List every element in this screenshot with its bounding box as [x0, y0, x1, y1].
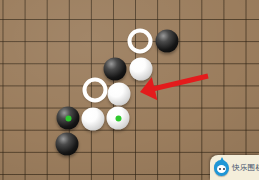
- stones-layer: [0, 0, 259, 180]
- black-stone: [55, 133, 78, 156]
- white-stone: [107, 107, 130, 130]
- watermark: 快乐围棋: [210, 155, 259, 180]
- logo-face-icon: [219, 168, 221, 170]
- black-stone: [156, 30, 179, 53]
- watermark-text: 快乐围棋: [232, 164, 259, 172]
- circle-marker-icon: [128, 29, 153, 54]
- last-move-dot: [65, 115, 71, 121]
- screen: 快乐围棋: [0, 0, 259, 180]
- watermark-logo-icon: [214, 160, 229, 176]
- white-stone: [108, 83, 131, 106]
- last-move-dot: [115, 115, 121, 121]
- white-stone: [82, 107, 105, 130]
- black-stone: [104, 57, 127, 80]
- circle-marker-icon: [83, 78, 108, 103]
- white-stone: [130, 58, 153, 81]
- go-board[interactable]: 快乐围棋: [0, 0, 259, 180]
- black-stone: [57, 107, 80, 130]
